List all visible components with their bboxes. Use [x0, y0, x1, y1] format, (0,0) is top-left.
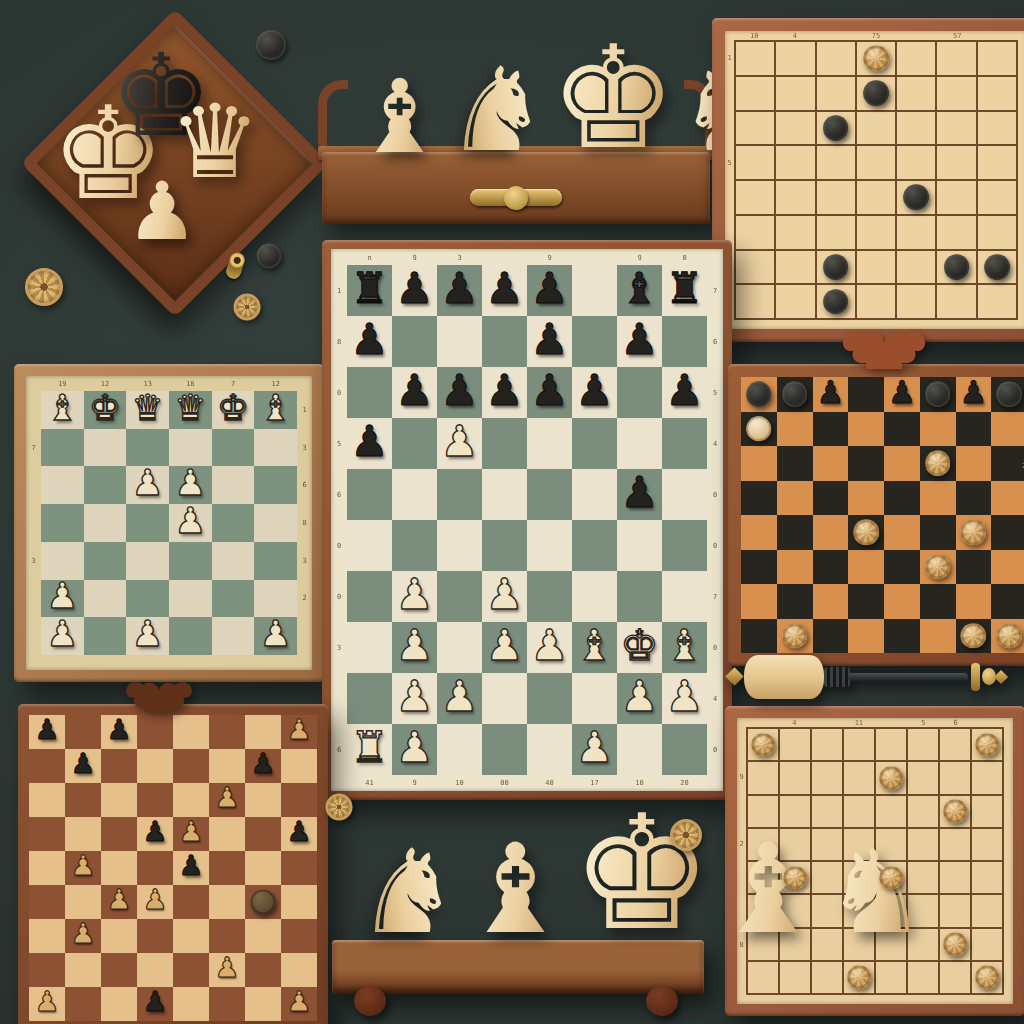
square-c8r2[interactable]: [991, 412, 1024, 447]
square-c7r1[interactable]: [977, 41, 1017, 76]
square-c3r4[interactable]: [101, 817, 137, 851]
kD-disc-c7r7[interactable]: [984, 254, 1010, 280]
square-c6r5[interactable]: [920, 515, 956, 550]
square-c3r2[interactable]: [101, 749, 137, 783]
square-c1r8[interactable]: [347, 622, 392, 673]
square-c1r4[interactable]: [41, 504, 84, 542]
square-c8r2[interactable]: [971, 761, 1003, 794]
square-c5r3[interactable]: [884, 446, 920, 481]
square-c6r1[interactable]: [209, 715, 245, 749]
tD-disc-c4r5[interactable]: [853, 519, 879, 545]
square-c7r8[interactable]: [939, 961, 971, 994]
square-c4r8[interactable]: [856, 284, 896, 319]
square-c5r8[interactable]: [173, 953, 209, 987]
square-c3r4[interactable]: [816, 145, 856, 180]
square-c4r6[interactable]: [169, 580, 212, 618]
square-c3r7[interactable]: [437, 571, 482, 622]
square-c4r5[interactable]: [482, 469, 527, 520]
square-c5r8[interactable]: [875, 961, 907, 994]
square-c7r5[interactable]: [245, 851, 281, 885]
square-c2r2[interactable]: [775, 76, 815, 111]
kD-disc-c5r5[interactable]: [903, 185, 929, 211]
square-c6r2[interactable]: [254, 429, 297, 467]
wP-piece-c2r7[interactable]: ♟: [395, 573, 433, 616]
kD-disc-c2r1[interactable]: [782, 381, 808, 407]
square-c5r2[interactable]: [173, 749, 209, 783]
bP-piece-c8r4[interactable]: ♟: [287, 818, 312, 846]
square-c2r4[interactable]: [392, 418, 437, 469]
square-c7r6[interactable]: [617, 520, 662, 571]
tD-disc-c7r5[interactable]: [961, 519, 987, 545]
square-c2r5[interactable]: [392, 469, 437, 520]
square-c2r6[interactable]: [775, 215, 815, 250]
square-c6r5[interactable]: [254, 542, 297, 580]
bP-piece-c3r1[interactable]: ♟: [440, 267, 478, 310]
square-c5r6[interactable]: [527, 520, 572, 571]
square-c6r8[interactable]: [936, 284, 976, 319]
square-c6r4[interactable]: [936, 145, 976, 180]
square-c1r4[interactable]: [735, 145, 775, 180]
wP-piece-c4r7[interactable]: ♟: [485, 573, 523, 616]
square-c4r2[interactable]: [482, 316, 527, 367]
square-c7r2[interactable]: [956, 412, 992, 447]
square-c6r1[interactable]: [907, 728, 939, 761]
wP-piece-c3r7[interactable]: ♟: [132, 616, 164, 652]
square-c5r4[interactable]: [884, 481, 920, 516]
square-c1r5[interactable]: [347, 469, 392, 520]
square-c4r8[interactable]: [137, 953, 173, 987]
square-c5r9[interactable]: [527, 673, 572, 724]
wB-piece-c1r1[interactable]: ♝: [46, 390, 78, 426]
square-c2r5[interactable]: [84, 542, 127, 580]
square-c6r1[interactable]: [936, 41, 976, 76]
square-c7r1[interactable]: [939, 728, 971, 761]
square-c3r5[interactable]: [813, 515, 849, 550]
bP-piece-c5r3[interactable]: ♟: [530, 369, 568, 412]
square-c1r6[interactable]: [741, 550, 777, 585]
square-c3r1[interactable]: [816, 41, 856, 76]
square-c8r4[interactable]: [991, 481, 1024, 516]
wP-piece-c6r10[interactable]: ♟: [575, 726, 613, 769]
square-c7r1[interactable]: [245, 715, 281, 749]
tray-piece-wK[interactable]: ♚: [549, 33, 676, 164]
square-c6r4[interactable]: [572, 418, 617, 469]
square-c7r9[interactable]: [245, 987, 281, 1021]
square-c3r5[interactable]: [126, 542, 169, 580]
bP-piece-c1r1[interactable]: ♟: [35, 716, 60, 744]
square-c7r5[interactable]: [977, 180, 1017, 215]
square-c7r8[interactable]: [245, 953, 281, 987]
square-c4r7[interactable]: [848, 584, 884, 619]
tD-disc-c4r8[interactable]: [847, 966, 871, 990]
bP-piece-c7r1[interactable]: ♟: [959, 377, 987, 408]
square-c5r4[interactable]: [527, 418, 572, 469]
square-c4r1[interactable]: [848, 377, 884, 412]
kD-disc-c6r7[interactable]: [944, 254, 970, 280]
square-c7r3[interactable]: [956, 446, 992, 481]
square-c4r10[interactable]: [482, 724, 527, 775]
square-c8r2[interactable]: [662, 316, 707, 367]
square-c5r2[interactable]: [896, 76, 936, 111]
wP-piece-c1r7[interactable]: ♟: [46, 616, 78, 652]
square-c1r6[interactable]: [29, 885, 65, 919]
square-c7r6[interactable]: [977, 215, 1017, 250]
square-c2r3[interactable]: [84, 466, 127, 504]
square-c1r8[interactable]: [735, 284, 775, 319]
square-c3r8[interactable]: [101, 953, 137, 987]
square-c2r6[interactable]: [392, 520, 437, 571]
bP-piece-c5r2[interactable]: ♟: [530, 318, 568, 361]
kD-disc-c4r2[interactable]: [863, 80, 889, 106]
tD-disc-c7r7[interactable]: [943, 932, 967, 956]
square-c6r5[interactable]: [209, 851, 245, 885]
square-c7r4[interactable]: [956, 481, 992, 516]
tray-piece-wB[interactable]: ♝: [460, 832, 571, 946]
wB-piece-c6r8[interactable]: ♝: [575, 624, 613, 667]
bP-piece-c3r1[interactable]: ♟: [816, 377, 844, 408]
bB-piece-c7r1[interactable]: ♝: [620, 267, 658, 310]
square-c2r7[interactable]: [775, 250, 815, 285]
wP-piece-c2r10[interactable]: ♟: [395, 726, 433, 769]
square-c8r6[interactable]: [662, 520, 707, 571]
square-c6r5[interactable]: [572, 469, 617, 520]
bP-piece-c5r5[interactable]: ♟: [179, 852, 204, 880]
square-c4r5[interactable]: [856, 180, 896, 215]
square-c4r4[interactable]: [856, 145, 896, 180]
square-c2r4[interactable]: [777, 481, 813, 516]
square-c8r5[interactable]: [662, 469, 707, 520]
bP-piece-c5r1[interactable]: ♟: [530, 267, 568, 310]
square-c5r1[interactable]: [875, 728, 907, 761]
square-c8r3[interactable]: [281, 783, 317, 817]
bP-piece-c7r5[interactable]: ♟: [620, 471, 658, 514]
square-c6r3[interactable]: [936, 111, 976, 146]
kD-disc-c6r1[interactable]: [925, 381, 951, 407]
square-c3r9[interactable]: [101, 987, 137, 1021]
tP-piece-c6r3[interactable]: ♟: [215, 784, 240, 812]
bP-piece-c4r4[interactable]: ♟: [143, 818, 168, 846]
bR-piece-c1r1[interactable]: ♜: [350, 267, 388, 310]
square-c4r9[interactable]: [482, 673, 527, 724]
square-c5r1[interactable]: [896, 41, 936, 76]
square-c6r6[interactable]: [572, 520, 617, 571]
wK-piece-c2r1[interactable]: ♚: [89, 390, 121, 426]
square-c4r2[interactable]: [848, 412, 884, 447]
square-c4r3[interactable]: [137, 783, 173, 817]
square-c8r8[interactable]: [281, 953, 317, 987]
tP-piece-c3r6[interactable]: ♟: [107, 886, 132, 914]
square-c6r7[interactable]: [920, 584, 956, 619]
square-c1r3[interactable]: [41, 466, 84, 504]
bP-piece-c5r1[interactable]: ♟: [888, 377, 916, 408]
square-c8r7[interactable]: [971, 928, 1003, 961]
tD-disc-c1r1[interactable]: [751, 733, 775, 757]
square-c7r7[interactable]: [617, 571, 662, 622]
square-c6r3[interactable]: [254, 466, 297, 504]
bP-piece-c2r3[interactable]: ♟: [395, 369, 433, 412]
square-c1r3[interactable]: [29, 783, 65, 817]
wQ-piece-c4r1[interactable]: ♛: [174, 390, 206, 426]
square-c1r2[interactable]: [735, 76, 775, 111]
tD-disc-c4r1[interactable]: [863, 46, 889, 72]
square-c1r8[interactable]: [747, 961, 779, 994]
square-c7r6[interactable]: [939, 894, 971, 927]
square-c2r6[interactable]: [65, 885, 101, 919]
tP-piece-c6r8[interactable]: ♟: [215, 954, 240, 982]
tP-piece-c8r1[interactable]: ♟: [287, 716, 312, 744]
square-c8r4[interactable]: [662, 418, 707, 469]
square-c1r7[interactable]: [347, 571, 392, 622]
square-c1r1[interactable]: [735, 41, 775, 76]
wP-piece-c3r3[interactable]: ♟: [132, 465, 164, 501]
tD-disc-c7r8[interactable]: [961, 623, 987, 649]
square-c2r1[interactable]: [775, 41, 815, 76]
wP-piece-c8r9[interactable]: ♟: [665, 675, 703, 718]
square-c5r5[interactable]: [884, 515, 920, 550]
square-c4r6[interactable]: [856, 215, 896, 250]
square-c7r3[interactable]: [617, 367, 662, 418]
tD-disc-c8r8[interactable]: [996, 623, 1022, 649]
tP-piece-c8r9[interactable]: ♟: [287, 988, 312, 1016]
bP-piece-c4r9[interactable]: ♟: [143, 988, 168, 1016]
square-c7r7[interactable]: [956, 584, 992, 619]
square-c3r6[interactable]: [437, 520, 482, 571]
square-c5r7[interactable]: [884, 584, 920, 619]
square-c3r5[interactable]: [437, 469, 482, 520]
tP-piece-c1r9[interactable]: ♟: [35, 988, 60, 1016]
square-c1r6[interactable]: [735, 215, 775, 250]
bP-piece-c8r3[interactable]: ♟: [665, 369, 703, 412]
square-c4r5[interactable]: [169, 542, 212, 580]
wB-piece-c8r8[interactable]: ♝: [665, 624, 703, 667]
square-c1r7[interactable]: [735, 250, 775, 285]
square-c6r4[interactable]: [920, 481, 956, 516]
square-c3r2[interactable]: [126, 429, 169, 467]
square-c5r7[interactable]: [173, 919, 209, 953]
square-c2r4[interactable]: [775, 145, 815, 180]
tP-piece-c2r7[interactable]: ♟: [71, 920, 96, 948]
square-c3r8[interactable]: [811, 961, 843, 994]
square-c1r2[interactable]: [747, 761, 779, 794]
square-c6r2[interactable]: [572, 316, 617, 367]
square-c5r10[interactable]: [527, 724, 572, 775]
square-c3r6[interactable]: [813, 550, 849, 585]
square-c5r6[interactable]: [896, 215, 936, 250]
square-c8r3[interactable]: [971, 795, 1003, 828]
kD-disc-c8r1[interactable]: [996, 381, 1022, 407]
square-c8r10[interactable]: [662, 724, 707, 775]
square-c6r7[interactable]: [209, 919, 245, 953]
bP-piece-c4r3[interactable]: ♟: [485, 369, 523, 412]
square-c6r3[interactable]: [907, 795, 939, 828]
wP-piece-c2r8[interactable]: ♟: [395, 624, 433, 667]
tray-piece-wN[interactable]: ♞: [356, 839, 460, 946]
square-c3r2[interactable]: [437, 316, 482, 367]
bP-piece-c7r2[interactable]: ♟: [620, 318, 658, 361]
square-c7r4[interactable]: [977, 145, 1017, 180]
bP-piece-c4r1[interactable]: ♟: [485, 267, 523, 310]
square-c1r4[interactable]: [741, 481, 777, 516]
wP-piece-c5r8[interactable]: ♟: [530, 624, 568, 667]
square-c4r2[interactable]: [137, 749, 173, 783]
square-c2r3[interactable]: [777, 446, 813, 481]
square-c2r8[interactable]: [779, 961, 811, 994]
square-c8r7[interactable]: [991, 584, 1024, 619]
square-c5r4[interactable]: [212, 504, 255, 542]
square-c5r6[interactable]: [212, 580, 255, 618]
square-c4r3[interactable]: [843, 795, 875, 828]
square-c7r5[interactable]: [939, 861, 971, 894]
wP-piece-c3r9[interactable]: ♟: [440, 675, 478, 718]
square-c8r6[interactable]: [991, 550, 1024, 585]
square-c5r6[interactable]: [884, 550, 920, 585]
square-c1r7[interactable]: [741, 584, 777, 619]
square-c8r5[interactable]: [971, 861, 1003, 894]
tray-piece-wB[interactable]: ♝: [354, 70, 445, 164]
tP-piece-c2r5[interactable]: ♟: [71, 852, 96, 880]
bP-piece-c1r2[interactable]: ♟: [350, 318, 388, 361]
square-c3r1[interactable]: [811, 728, 843, 761]
square-c1r5[interactable]: [741, 515, 777, 550]
square-c8r6[interactable]: [281, 885, 317, 919]
square-c1r3[interactable]: [735, 111, 775, 146]
bP-piece-c3r3[interactable]: ♟: [440, 369, 478, 412]
square-c4r7[interactable]: [137, 919, 173, 953]
square-c5r3[interactable]: [212, 466, 255, 504]
wK-piece-c7r8[interactable]: ♚: [620, 624, 658, 667]
square-c4r7[interactable]: [856, 250, 896, 285]
tray-piece-wN[interactable]: ♞: [445, 57, 549, 164]
tray-piece-wB[interactable]: ♝: [713, 832, 824, 946]
tD-disc-c5r5[interactable]: [879, 866, 903, 890]
square-c2r2[interactable]: [392, 316, 437, 367]
wP-piece-c1r6[interactable]: ♟: [46, 578, 78, 614]
square-c4r6[interactable]: [482, 520, 527, 571]
bP-piece-c2r2[interactable]: ♟: [71, 750, 96, 778]
square-c6r4[interactable]: [254, 504, 297, 542]
tD-disc-c6r6[interactable]: [925, 554, 951, 580]
square-c2r7[interactable]: [777, 584, 813, 619]
tray-piece-wP[interactable]: ♟: [126, 175, 198, 249]
tP-piece-c4r6[interactable]: ♟: [143, 886, 168, 914]
square-c5r7[interactable]: [527, 571, 572, 622]
bP-piece-c6r3[interactable]: ♟: [575, 369, 613, 412]
square-c3r2[interactable]: [816, 76, 856, 111]
square-c5r9[interactable]: [173, 987, 209, 1021]
square-c6r8[interactable]: [907, 961, 939, 994]
square-c2r1[interactable]: [65, 715, 101, 749]
square-c8r3[interactable]: [991, 446, 1024, 481]
square-c1r5[interactable]: [41, 542, 84, 580]
square-c6r2[interactable]: [209, 749, 245, 783]
square-c4r3[interactable]: [848, 446, 884, 481]
square-c5r7[interactable]: [212, 617, 255, 655]
wP-piece-c6r7[interactable]: ♟: [260, 616, 292, 652]
square-c2r8[interactable]: [775, 284, 815, 319]
square-c5r2[interactable]: [884, 412, 920, 447]
square-c2r2[interactable]: [779, 761, 811, 794]
square-c5r5[interactable]: [527, 469, 572, 520]
square-c7r6[interactable]: [956, 550, 992, 585]
square-c1r9[interactable]: [347, 673, 392, 724]
wP-piece-c4r4[interactable]: ♟: [174, 503, 206, 539]
tD-disc-c8r1[interactable]: [975, 733, 999, 757]
square-c4r1[interactable]: [843, 728, 875, 761]
square-c1r4[interactable]: [29, 817, 65, 851]
square-c7r8[interactable]: [977, 284, 1017, 319]
bP-piece-c7r2[interactable]: ♟: [251, 750, 276, 778]
kD-disc-c3r3[interactable]: [823, 115, 849, 141]
square-c1r5[interactable]: [735, 180, 775, 215]
square-c8r5[interactable]: [281, 851, 317, 885]
square-c3r2[interactable]: [811, 761, 843, 794]
square-c6r2[interactable]: [920, 412, 956, 447]
square-c6r5[interactable]: [936, 180, 976, 215]
square-c4r4[interactable]: [482, 418, 527, 469]
cP-disc-c1r2[interactable]: [746, 416, 772, 442]
wP-piece-c4r8[interactable]: ♟: [485, 624, 523, 667]
square-c7r10[interactable]: [617, 724, 662, 775]
square-c1r7[interactable]: [29, 919, 65, 953]
square-c2r5[interactable]: [777, 515, 813, 550]
square-c3r6[interactable]: [816, 215, 856, 250]
bP-piece-c3r1[interactable]: ♟: [107, 716, 132, 744]
square-c1r8[interactable]: [29, 953, 65, 987]
wR-piece-c1r10[interactable]: ♜: [350, 726, 388, 769]
square-c4r7[interactable]: [169, 617, 212, 655]
square-c6r6[interactable]: [254, 580, 297, 618]
kD-disc-c3r8[interactable]: [823, 289, 849, 315]
square-c1r3[interactable]: [347, 367, 392, 418]
square-c1r2[interactable]: [29, 749, 65, 783]
square-c8r6[interactable]: [971, 894, 1003, 927]
square-c3r3[interactable]: [101, 783, 137, 817]
square-c2r1[interactable]: [779, 728, 811, 761]
bP-piece-c1r4[interactable]: ♟: [350, 420, 388, 463]
tD-disc-c7r3[interactable]: [943, 799, 967, 823]
tD-disc-c2r5[interactable]: [783, 866, 807, 890]
tD-disc-c6r3[interactable]: [925, 450, 951, 476]
square-c8r7[interactable]: [281, 919, 317, 953]
wP-piece-c2r9[interactable]: ♟: [395, 675, 433, 718]
square-c2r7[interactable]: [84, 617, 127, 655]
square-c6r6[interactable]: [936, 215, 976, 250]
square-c5r5[interactable]: [212, 542, 255, 580]
wQ-piece-c3r1[interactable]: ♛: [132, 390, 164, 426]
square-c4r6[interactable]: [848, 550, 884, 585]
square-c6r9[interactable]: [209, 987, 245, 1021]
square-c8r2[interactable]: [281, 749, 317, 783]
square-c5r1[interactable]: [173, 715, 209, 749]
square-c5r8[interactable]: [896, 284, 936, 319]
square-c2r3[interactable]: [65, 783, 101, 817]
square-c2r4[interactable]: [84, 504, 127, 542]
square-c2r2[interactable]: [777, 412, 813, 447]
square-c3r2[interactable]: [813, 412, 849, 447]
square-c7r2[interactable]: [977, 76, 1017, 111]
bP-piece-c2r1[interactable]: ♟: [395, 267, 433, 310]
square-c2r2[interactable]: [84, 429, 127, 467]
square-c3r5[interactable]: [816, 180, 856, 215]
square-c5r6[interactable]: [173, 885, 209, 919]
square-c3r6[interactable]: [126, 580, 169, 618]
square-c3r4[interactable]: [813, 481, 849, 516]
tP-piece-c5r4[interactable]: ♟: [179, 818, 204, 846]
square-c6r1[interactable]: [572, 265, 617, 316]
square-c3r10[interactable]: [437, 724, 482, 775]
square-c4r4[interactable]: [848, 481, 884, 516]
square-c3r7[interactable]: [101, 919, 137, 953]
